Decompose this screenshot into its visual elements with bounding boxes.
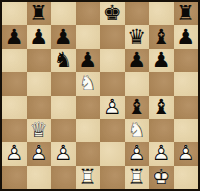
white-knight-icon: ♘	[76, 72, 101, 95]
black-pawn-icon: ♟	[149, 49, 174, 72]
square-e1[interactable]	[100, 166, 125, 189]
white-knight-fill: ♞	[125, 119, 150, 142]
square-a4[interactable]	[2, 96, 27, 119]
square-c5[interactable]	[51, 72, 76, 95]
square-g2[interactable]: ♟♙	[149, 142, 174, 165]
white-knight-icon: ♘	[125, 119, 150, 142]
square-f6[interactable]: ♟	[125, 49, 150, 72]
square-d6[interactable]: ♟	[76, 49, 101, 72]
white-rook-fill: ♜	[125, 166, 150, 189]
black-queen-icon: ♛	[125, 25, 150, 48]
square-h6[interactable]	[174, 49, 199, 72]
square-e7[interactable]	[100, 25, 125, 48]
square-b7[interactable]: ♟	[27, 25, 52, 48]
white-king-fill: ♚	[149, 166, 174, 189]
black-pawn-icon: ♟	[2, 25, 27, 48]
square-a8[interactable]	[2, 2, 27, 25]
square-a2[interactable]: ♟♙	[2, 142, 27, 165]
square-b2[interactable]: ♟♙	[27, 142, 52, 165]
white-pawn-icon: ♙	[174, 142, 199, 165]
white-pawn-fill: ♟	[149, 142, 174, 165]
square-c4[interactable]	[51, 96, 76, 119]
square-g3[interactable]	[149, 119, 174, 142]
black-bishop-icon: ♝	[149, 25, 174, 48]
square-f8[interactable]	[125, 2, 150, 25]
square-g5[interactable]	[149, 72, 174, 95]
square-h4[interactable]	[174, 96, 199, 119]
square-c7[interactable]: ♟	[51, 25, 76, 48]
square-e4[interactable]: ♟♙	[100, 96, 125, 119]
black-pawn-icon: ♟	[51, 25, 76, 48]
white-pawn-icon: ♙	[100, 96, 125, 119]
black-rook-icon: ♜	[27, 2, 52, 25]
square-f5[interactable]	[125, 72, 150, 95]
square-d3[interactable]	[76, 119, 101, 142]
square-e3[interactable]	[100, 119, 125, 142]
square-d5[interactable]: ♞♘	[76, 72, 101, 95]
square-c8[interactable]	[51, 2, 76, 25]
white-pawn-fill: ♟	[27, 142, 52, 165]
white-pawn-icon: ♙	[51, 142, 76, 165]
square-g4[interactable]: ♝	[149, 96, 174, 119]
white-rook-icon: ♖	[125, 166, 150, 189]
black-pawn-icon: ♟	[174, 25, 199, 48]
black-pawn-icon: ♟	[76, 49, 101, 72]
square-h8[interactable]: ♜	[174, 2, 199, 25]
square-f7[interactable]: ♛	[125, 25, 150, 48]
square-a3[interactable]	[2, 119, 27, 142]
black-pawn-icon: ♟	[27, 25, 52, 48]
square-c1[interactable]	[51, 166, 76, 189]
square-g8[interactable]	[149, 2, 174, 25]
square-h5[interactable]	[174, 72, 199, 95]
black-king-icon: ♚	[100, 2, 125, 25]
square-a1[interactable]	[2, 166, 27, 189]
square-d2[interactable]	[76, 142, 101, 165]
black-pawn-icon: ♟	[125, 49, 150, 72]
white-queen-icon: ♕	[27, 119, 52, 142]
square-f3[interactable]: ♞♘	[125, 119, 150, 142]
square-e2[interactable]	[100, 142, 125, 165]
square-h7[interactable]: ♟	[174, 25, 199, 48]
square-a5[interactable]	[2, 72, 27, 95]
black-rook-icon: ♜	[174, 2, 199, 25]
square-b5[interactable]	[27, 72, 52, 95]
square-b8[interactable]: ♜	[27, 2, 52, 25]
white-rook-fill: ♜	[76, 166, 101, 189]
square-h3[interactable]	[174, 119, 199, 142]
white-knight-fill: ♞	[76, 72, 101, 95]
square-c6[interactable]: ♞	[51, 49, 76, 72]
square-c3[interactable]	[51, 119, 76, 142]
white-pawn-fill: ♟	[174, 142, 199, 165]
square-g7[interactable]: ♝	[149, 25, 174, 48]
square-f2[interactable]: ♟♙	[125, 142, 150, 165]
black-bishop-icon: ♝	[149, 96, 174, 119]
black-bishop-icon: ♝	[125, 96, 150, 119]
square-f1[interactable]: ♜♖	[125, 166, 150, 189]
square-f4[interactable]: ♝	[125, 96, 150, 119]
square-e6[interactable]	[100, 49, 125, 72]
square-a7[interactable]: ♟	[2, 25, 27, 48]
square-g6[interactable]: ♟	[149, 49, 174, 72]
white-pawn-fill: ♟	[100, 96, 125, 119]
white-pawn-icon: ♙	[2, 142, 27, 165]
white-pawn-fill: ♟	[125, 142, 150, 165]
white-king-icon: ♔	[149, 166, 174, 189]
black-knight-icon: ♞	[51, 49, 76, 72]
square-d1[interactable]: ♜♖	[76, 166, 101, 189]
square-h1[interactable]	[174, 166, 199, 189]
white-pawn-fill: ♟	[2, 142, 27, 165]
square-h2[interactable]: ♟♙	[174, 142, 199, 165]
square-d8[interactable]	[76, 2, 101, 25]
square-b3[interactable]: ♛♕	[27, 119, 52, 142]
white-pawn-icon: ♙	[27, 142, 52, 165]
white-pawn-fill: ♟	[51, 142, 76, 165]
chess-board-frame: ♜♚♜♟♟♟♛♝♟♞♟♟♟♞♘♟♙♝♝♛♕♞♘♟♙♟♙♟♙♟♙♟♙♟♙♜♖♜♖♚…	[0, 0, 200, 191]
square-a6[interactable]	[2, 49, 27, 72]
square-b6[interactable]	[27, 49, 52, 72]
square-e8[interactable]: ♚	[100, 2, 125, 25]
square-d4[interactable]	[76, 96, 101, 119]
white-queen-fill: ♛	[27, 119, 52, 142]
white-rook-icon: ♖	[76, 166, 101, 189]
white-pawn-icon: ♙	[149, 142, 174, 165]
square-g1[interactable]: ♚♔	[149, 166, 174, 189]
square-d7[interactable]	[76, 25, 101, 48]
square-c2[interactable]: ♟♙	[51, 142, 76, 165]
square-b1[interactable]	[27, 166, 52, 189]
square-b4[interactable]	[27, 96, 52, 119]
white-pawn-icon: ♙	[125, 142, 150, 165]
chess-board: ♜♚♜♟♟♟♛♝♟♞♟♟♟♞♘♟♙♝♝♛♕♞♘♟♙♟♙♟♙♟♙♟♙♟♙♜♖♜♖♚…	[2, 2, 198, 189]
chess-app-screen: ♜♚♜♟♟♟♛♝♟♞♟♟♟♞♘♟♙♝♝♛♕♞♘♟♙♟♙♟♙♟♙♟♙♟♙♜♖♜♖♚…	[0, 0, 207, 192]
square-e5[interactable]	[100, 72, 125, 95]
